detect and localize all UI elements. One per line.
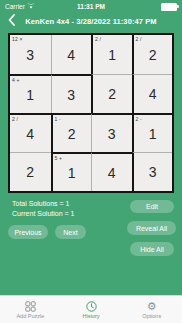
previous-button[interactable]: Previous [8, 225, 48, 239]
board-cell[interactable]: 2 /2 [132, 35, 173, 74]
board-cell[interactable]: 2 [10, 152, 51, 191]
cell-value: 3 [26, 48, 34, 62]
tab-add-puzzle[interactable]: Add Puzzle [0, 296, 61, 323]
cell-value: 2 [26, 165, 34, 179]
tab-options[interactable]: ⚙ Options [121, 296, 182, 323]
cage-target-label: 2 / [95, 36, 101, 42]
cage-target-label: 12 × [12, 36, 23, 42]
cell-value: 1 [149, 127, 157, 141]
tab-label: Options [142, 313, 161, 319]
total-solutions-text: Total Solutions = 1 [12, 200, 69, 207]
cell-value: 2 [149, 48, 157, 62]
cage-target-label: 4 + [12, 77, 20, 83]
cage-target-label: 2 - [136, 116, 142, 122]
cell-value: 1 [68, 166, 76, 180]
current-solution-text: Current Solution = 1 [12, 210, 74, 217]
edit-button[interactable]: Edit [130, 200, 174, 213]
cell-value: 2 [68, 127, 76, 141]
nav-bar: KenKen 4x4 - 3/28/2022 11:30:47 PM [0, 13, 182, 30]
board-cell[interactable]: 2 -1 [132, 113, 173, 152]
cage-target-label: 2 / [136, 36, 142, 42]
cell-value: 4 [108, 166, 116, 180]
history-clock-icon [86, 300, 97, 312]
board-cell[interactable]: 4 [51, 35, 92, 74]
add-puzzle-grid-icon [25, 300, 36, 312]
board-cell[interactable]: 3 [91, 113, 132, 152]
board-cell[interactable]: 3 [132, 152, 173, 191]
cell-value: 4 [149, 87, 157, 101]
board-cell[interactable]: 1 -2 [51, 113, 92, 152]
options-gear-icon: ⚙ [147, 300, 157, 312]
app-screen: 11:31 PM Carrier KenKen 4x4 - 3/28/2022 … [0, 0, 182, 323]
tab-history[interactable]: History [61, 296, 122, 323]
battery-icon [161, 3, 177, 11]
cell-value: 2 [108, 87, 116, 101]
hide-all-button[interactable]: Hide All [130, 242, 174, 256]
board-cell[interactable]: 4 [132, 74, 173, 113]
cell-value: 1 [26, 88, 34, 102]
cell-value: 3 [108, 127, 116, 141]
cage-target-label: 1 - [55, 116, 61, 122]
board-cell[interactable]: 3 [51, 74, 92, 113]
chevron-left-icon [8, 12, 15, 30]
cage-target-label: 5 + [55, 155, 63, 161]
tab-label: History [82, 313, 99, 319]
status-time: 11:31 PM [0, 3, 182, 10]
board-cell[interactable]: 2 /4 [10, 113, 51, 152]
next-button[interactable]: Next [55, 225, 86, 239]
status-bar: 11:31 PM Carrier [0, 0, 182, 13]
cell-value: 4 [67, 48, 75, 62]
board-cell[interactable]: 2 /1 [91, 35, 132, 74]
board-cell[interactable]: 4 [91, 152, 132, 191]
tab-label: Add Puzzle [16, 313, 44, 319]
tab-bar: Add Puzzle History ⚙ Options [0, 295, 182, 323]
board-cell[interactable]: 4 +1 [10, 74, 51, 113]
cell-value: 3 [67, 88, 75, 102]
board-cell[interactable]: 2 [91, 74, 132, 113]
cell-value: 1 [108, 48, 116, 62]
board-cell[interactable]: 5 +1 [51, 152, 92, 191]
board-cell[interactable]: 12 ×3 [10, 35, 51, 74]
kenken-board: 12 ×342 /12 /24 +13242 /41 -232 -125 +14… [8, 33, 174, 193]
cell-value: 4 [26, 127, 34, 141]
reveal-all-button[interactable]: Reveal All [127, 221, 176, 235]
cage-target-label: 2 / [12, 116, 18, 122]
back-button[interactable] [5, 14, 17, 28]
cell-value: 3 [149, 165, 157, 179]
page-title: KenKen 4x4 - 3/28/2022 11:30:47 PM [0, 17, 182, 26]
